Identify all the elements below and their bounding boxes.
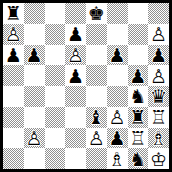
square-d6[interactable]: ♟♙ xyxy=(65,45,86,66)
square-e3[interactable]: ♝ xyxy=(86,107,107,128)
square-c1[interactable] xyxy=(45,148,66,169)
square-b3[interactable] xyxy=(24,107,45,128)
square-c3[interactable] xyxy=(45,107,66,128)
square-h7[interactable]: ♟♙ xyxy=(148,24,169,45)
black-rook-piece: ♜ xyxy=(3,3,23,23)
black-pawn-piece: ♟ xyxy=(66,66,86,86)
black-pawn-piece: ♟ xyxy=(24,45,44,65)
black-pawn-piece: ♟ xyxy=(128,66,148,86)
black-pawn-piece: ♟ xyxy=(149,45,169,65)
square-h8[interactable] xyxy=(148,3,169,24)
black-pawn-piece: ♟ xyxy=(3,45,23,65)
square-c7[interactable] xyxy=(45,24,66,45)
square-h4[interactable]: ♛ xyxy=(148,86,169,107)
square-a2[interactable] xyxy=(3,128,24,149)
square-g4[interactable]: ♞ xyxy=(128,86,149,107)
black-knight-piece: ♞ xyxy=(128,149,148,169)
square-g3[interactable]: ♜ xyxy=(128,107,149,128)
square-d7[interactable]: ♟ xyxy=(65,24,86,45)
white-bishop-piece: ♝♗ xyxy=(107,149,127,169)
square-e1[interactable] xyxy=(86,148,107,169)
square-a5[interactable] xyxy=(3,65,24,86)
square-a4[interactable] xyxy=(3,86,24,107)
white-pawn-piece: ♟♙ xyxy=(24,128,44,148)
square-b4[interactable] xyxy=(24,86,45,107)
black-pawn-piece: ♟ xyxy=(66,24,86,44)
square-f6[interactable]: ♟ xyxy=(107,45,128,66)
square-e7[interactable] xyxy=(86,24,107,45)
square-a8[interactable]: ♜ xyxy=(3,3,24,24)
square-e2[interactable]: ♟♙ xyxy=(86,128,107,149)
square-c4[interactable] xyxy=(45,86,66,107)
white-pawn-piece: ♟♙ xyxy=(149,24,169,44)
square-f5[interactable] xyxy=(107,65,128,86)
white-pawn-piece: ♟♙ xyxy=(3,24,23,44)
white-bishop-piece: ♝♗ xyxy=(149,128,169,148)
square-f4[interactable] xyxy=(107,86,128,107)
square-c5[interactable] xyxy=(45,65,66,86)
square-c6[interactable] xyxy=(45,45,66,66)
square-g8[interactable] xyxy=(128,3,149,24)
square-g6[interactable] xyxy=(128,45,149,66)
white-pawn-piece: ♟♙ xyxy=(86,128,106,148)
square-f2[interactable]: ♟ xyxy=(107,128,128,149)
square-d8[interactable] xyxy=(65,3,86,24)
square-b7[interactable] xyxy=(24,24,45,45)
white-pawn-piece: ♟♙ xyxy=(149,66,169,86)
square-e5[interactable] xyxy=(86,65,107,86)
square-d1[interactable] xyxy=(65,148,86,169)
square-h2[interactable]: ♝♗ xyxy=(148,128,169,149)
square-a3[interactable] xyxy=(3,107,24,128)
square-a6[interactable]: ♟ xyxy=(3,45,24,66)
square-b6[interactable]: ♟ xyxy=(24,45,45,66)
white-pawn-piece: ♟♙ xyxy=(66,45,86,65)
square-c8[interactable] xyxy=(45,3,66,24)
square-g2[interactable]: ♜♖ xyxy=(128,128,149,149)
square-e8[interactable]: ♚ xyxy=(86,3,107,24)
square-d4[interactable] xyxy=(65,86,86,107)
square-h5[interactable]: ♟♙ xyxy=(148,65,169,86)
black-knight-piece: ♞ xyxy=(128,86,148,106)
square-b1[interactable] xyxy=(24,148,45,169)
square-b5[interactable] xyxy=(24,65,45,86)
white-pawn-piece: ♟♙ xyxy=(107,107,127,127)
square-h1[interactable]: ♚♔ xyxy=(148,148,169,169)
square-g1[interactable]: ♞ xyxy=(128,148,149,169)
black-bishop-piece: ♝ xyxy=(86,107,106,127)
chess-board-frame: ♜♚♟♙♟♟♙♟♟♟♙♟♟♟♟♟♙♞♛♝♟♙♜♜♖♟♙♟♙♟♜♖♝♗♝♗♞♚♔ xyxy=(0,0,172,172)
square-f8[interactable] xyxy=(107,3,128,24)
square-d5[interactable]: ♟ xyxy=(65,65,86,86)
black-rook-piece: ♜ xyxy=(128,107,148,127)
square-d2[interactable] xyxy=(65,128,86,149)
square-h6[interactable]: ♟ xyxy=(148,45,169,66)
square-g5[interactable]: ♟ xyxy=(128,65,149,86)
square-f1[interactable]: ♝♗ xyxy=(107,148,128,169)
square-g7[interactable] xyxy=(128,24,149,45)
chess-board: ♜♚♟♙♟♟♙♟♟♟♙♟♟♟♟♟♙♞♛♝♟♙♜♜♖♟♙♟♙♟♜♖♝♗♝♗♞♚♔ xyxy=(3,3,169,169)
black-queen-piece: ♛ xyxy=(149,86,169,106)
square-e6[interactable] xyxy=(86,45,107,66)
white-king-piece: ♚♔ xyxy=(149,149,169,169)
square-e4[interactable] xyxy=(86,86,107,107)
square-h3[interactable]: ♜♖ xyxy=(148,107,169,128)
square-b8[interactable] xyxy=(24,3,45,24)
square-f7[interactable] xyxy=(107,24,128,45)
square-d3[interactable] xyxy=(65,107,86,128)
black-king-piece: ♚ xyxy=(86,3,106,23)
black-pawn-piece: ♟ xyxy=(107,45,127,65)
square-c2[interactable] xyxy=(45,128,66,149)
square-b2[interactable]: ♟♙ xyxy=(24,128,45,149)
square-a7[interactable]: ♟♙ xyxy=(3,24,24,45)
white-rook-piece: ♜♖ xyxy=(128,128,148,148)
square-f3[interactable]: ♟♙ xyxy=(107,107,128,128)
white-rook-piece: ♜♖ xyxy=(149,107,169,127)
square-a1[interactable] xyxy=(3,148,24,169)
black-pawn-piece: ♟ xyxy=(107,128,127,148)
